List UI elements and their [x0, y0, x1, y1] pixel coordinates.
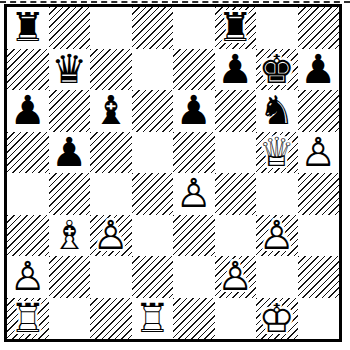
- square-a6[interactable]: ♟♟: [7, 90, 49, 132]
- square-a4[interactable]: [7, 173, 49, 215]
- white-rook[interactable]: ♜♖: [7, 298, 49, 340]
- chess-board: ♜♜♜♜♛♛♟♟♚♚♟♟♟♟♝♝♟♟♞♞♟♟♛♕♟♙♟♙♝♗♟♙♟♙♟♙♟♙♜♖…: [4, 4, 342, 342]
- square-e4[interactable]: ♟♙: [173, 173, 215, 215]
- black-rook[interactable]: ♜♜: [215, 7, 257, 49]
- page-top-rule: [0, 1, 350, 3]
- square-c2[interactable]: [90, 256, 132, 298]
- square-b1[interactable]: [49, 298, 91, 340]
- square-e8[interactable]: [173, 7, 215, 49]
- square-a7[interactable]: [7, 49, 49, 91]
- square-c4[interactable]: [90, 173, 132, 215]
- square-c7[interactable]: [90, 49, 132, 91]
- piece-glyph-black-rook: ♜: [7, 7, 49, 49]
- square-c3[interactable]: ♟♙: [90, 215, 132, 257]
- square-a2[interactable]: ♟♙: [7, 256, 49, 298]
- square-f5[interactable]: [215, 132, 257, 174]
- square-d8[interactable]: [132, 7, 174, 49]
- black-pawn[interactable]: ♟♟: [49, 132, 91, 174]
- black-knight[interactable]: ♞♞: [256, 90, 298, 132]
- piece-glyph-white-pawn: ♙: [215, 256, 257, 298]
- square-e1[interactable]: [173, 298, 215, 340]
- black-pawn[interactable]: ♟♟: [173, 90, 215, 132]
- square-e5[interactable]: [173, 132, 215, 174]
- black-pawn[interactable]: ♟♟: [7, 90, 49, 132]
- square-d7[interactable]: [132, 49, 174, 91]
- square-g4[interactable]: [256, 173, 298, 215]
- square-e6[interactable]: ♟♟: [173, 90, 215, 132]
- black-king[interactable]: ♚♚: [256, 49, 298, 91]
- square-g8[interactable]: [256, 7, 298, 49]
- piece-glyph-white-bishop: ♗: [49, 215, 91, 257]
- square-b6[interactable]: [49, 90, 91, 132]
- piece-glyph-white-pawn: ♙: [173, 173, 215, 215]
- square-a5[interactable]: [7, 132, 49, 174]
- square-f3[interactable]: [215, 215, 257, 257]
- black-queen[interactable]: ♛♛: [49, 49, 91, 91]
- square-h6[interactable]: [298, 90, 340, 132]
- piece-glyph-white-king: ♔: [256, 298, 298, 340]
- square-g1[interactable]: ♚♔: [256, 298, 298, 340]
- square-f1[interactable]: [215, 298, 257, 340]
- white-pawn[interactable]: ♟♙: [215, 256, 257, 298]
- black-bishop[interactable]: ♝♝: [90, 90, 132, 132]
- black-pawn[interactable]: ♟♟: [298, 49, 340, 91]
- square-f4[interactable]: [215, 173, 257, 215]
- piece-glyph-black-queen: ♛: [49, 49, 91, 91]
- square-h4[interactable]: [298, 173, 340, 215]
- square-c5[interactable]: [90, 132, 132, 174]
- piece-glyph-black-pawn: ♟: [215, 49, 257, 91]
- square-h3[interactable]: [298, 215, 340, 257]
- square-g6[interactable]: ♞♞: [256, 90, 298, 132]
- black-pawn[interactable]: ♟♟: [215, 49, 257, 91]
- square-e2[interactable]: [173, 256, 215, 298]
- square-g3[interactable]: ♟♙: [256, 215, 298, 257]
- square-h1[interactable]: [298, 298, 340, 340]
- piece-glyph-white-pawn: ♙: [90, 215, 132, 257]
- square-h8[interactable]: [298, 7, 340, 49]
- square-d3[interactable]: [132, 215, 174, 257]
- square-b7[interactable]: ♛♛: [49, 49, 91, 91]
- white-bishop[interactable]: ♝♗: [49, 215, 91, 257]
- square-b8[interactable]: [49, 7, 91, 49]
- white-king[interactable]: ♚♔: [256, 298, 298, 340]
- square-f7[interactable]: ♟♟: [215, 49, 257, 91]
- white-pawn[interactable]: ♟♙: [298, 132, 340, 174]
- piece-glyph-white-pawn: ♙: [298, 132, 340, 174]
- piece-glyph-white-rook: ♖: [7, 298, 49, 340]
- square-f8[interactable]: ♜♜: [215, 7, 257, 49]
- square-c8[interactable]: [90, 7, 132, 49]
- black-rook[interactable]: ♜♜: [7, 7, 49, 49]
- square-b5[interactable]: ♟♟: [49, 132, 91, 174]
- piece-glyph-black-pawn: ♟: [173, 90, 215, 132]
- square-b3[interactable]: ♝♗: [49, 215, 91, 257]
- square-e3[interactable]: [173, 215, 215, 257]
- square-a1[interactable]: ♜♖: [7, 298, 49, 340]
- piece-glyph-black-bishop: ♝: [90, 90, 132, 132]
- piece-glyph-white-queen: ♕: [256, 132, 298, 174]
- square-g2[interactable]: [256, 256, 298, 298]
- square-d1[interactable]: ♜♖: [132, 298, 174, 340]
- piece-glyph-white-rook: ♖: [132, 298, 174, 340]
- piece-glyph-black-pawn: ♟: [49, 132, 91, 174]
- square-c1[interactable]: [90, 298, 132, 340]
- piece-glyph-black-pawn: ♟: [7, 90, 49, 132]
- piece-glyph-black-knight: ♞: [256, 90, 298, 132]
- white-pawn[interactable]: ♟♙: [90, 215, 132, 257]
- square-h7[interactable]: ♟♟: [298, 49, 340, 91]
- square-b4[interactable]: [49, 173, 91, 215]
- square-a3[interactable]: [7, 215, 49, 257]
- piece-glyph-white-pawn: ♙: [256, 215, 298, 257]
- square-f6[interactable]: [215, 90, 257, 132]
- square-g5[interactable]: ♛♕: [256, 132, 298, 174]
- square-b2[interactable]: [49, 256, 91, 298]
- white-queen[interactable]: ♛♕: [256, 132, 298, 174]
- white-pawn[interactable]: ♟♙: [173, 173, 215, 215]
- white-pawn[interactable]: ♟♙: [256, 215, 298, 257]
- square-e7[interactable]: [173, 49, 215, 91]
- piece-glyph-black-pawn: ♟: [298, 49, 340, 91]
- piece-glyph-black-king: ♚: [256, 49, 298, 91]
- piece-glyph-black-rook: ♜: [215, 7, 257, 49]
- square-h2[interactable]: [298, 256, 340, 298]
- square-c6[interactable]: ♝♝: [90, 90, 132, 132]
- square-h5[interactable]: ♟♙: [298, 132, 340, 174]
- square-d6[interactable]: [132, 90, 174, 132]
- square-d5[interactable]: [132, 132, 174, 174]
- square-d4[interactable]: [132, 173, 174, 215]
- square-a8[interactable]: ♜♜: [7, 7, 49, 49]
- square-g7[interactable]: ♚♚: [256, 49, 298, 91]
- piece-glyph-white-pawn: ♙: [7, 256, 49, 298]
- square-d2[interactable]: [132, 256, 174, 298]
- white-pawn[interactable]: ♟♙: [7, 256, 49, 298]
- square-f2[interactable]: ♟♙: [215, 256, 257, 298]
- white-rook[interactable]: ♜♖: [132, 298, 174, 340]
